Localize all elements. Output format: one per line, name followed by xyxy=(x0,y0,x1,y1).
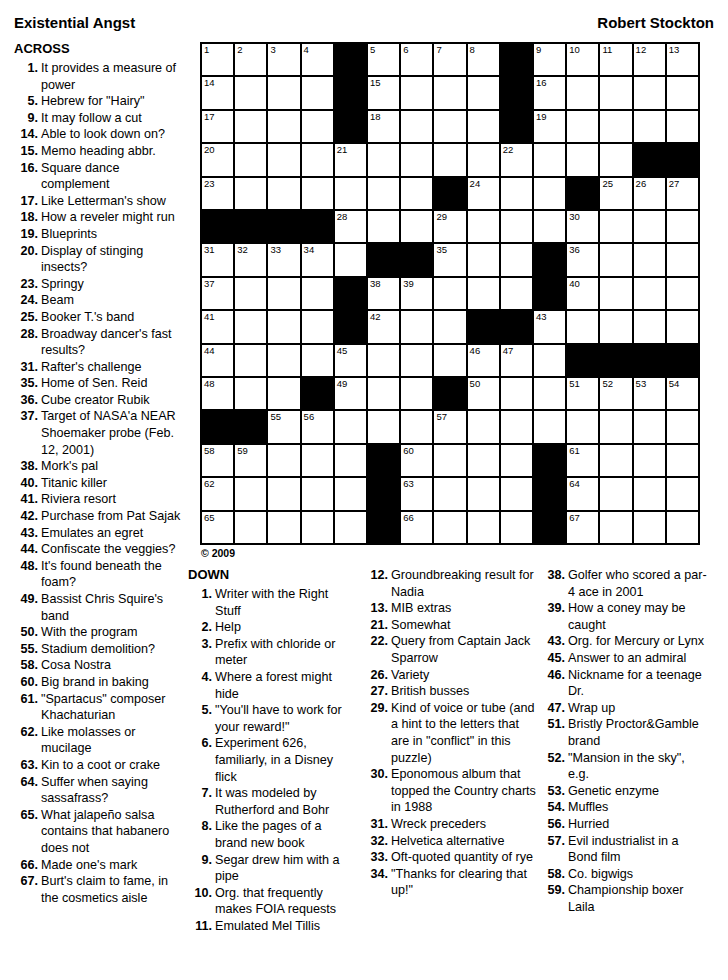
grid-cell[interactable]: 4 xyxy=(301,43,334,76)
grid-cell[interactable] xyxy=(267,477,300,510)
grid-cell[interactable] xyxy=(301,76,334,109)
across-clue-1: 1.It provides a measure of power xyxy=(14,60,187,93)
down-clue-26: 26.Variety xyxy=(364,667,539,684)
clue-number: 30. xyxy=(364,766,391,816)
copyright-notice: © 2009 xyxy=(201,547,235,559)
grid-cell[interactable] xyxy=(599,477,632,510)
grid-cell[interactable] xyxy=(467,76,500,109)
clue-text: Purchase from Pat Sajak xyxy=(41,508,187,525)
clue-number: 25. xyxy=(14,309,41,326)
clue-number: 9. xyxy=(188,852,215,885)
across-clue-43: 43.Emulates an egret xyxy=(14,525,187,542)
black-cell xyxy=(533,243,566,276)
grid-cell[interactable] xyxy=(367,410,400,443)
down-clue-8: 8.Like the pages of a brand new book xyxy=(188,818,357,851)
black-cell xyxy=(267,210,300,243)
grid-cell[interactable] xyxy=(633,243,666,276)
grid-cell[interactable] xyxy=(633,110,666,143)
grid-cell[interactable] xyxy=(301,444,334,477)
grid-cell[interactable] xyxy=(367,210,400,243)
grid-cell[interactable] xyxy=(599,444,632,477)
grid-cell[interactable]: 31 xyxy=(201,243,234,276)
grid-cell[interactable] xyxy=(334,511,367,544)
grid-cell[interactable] xyxy=(599,110,632,143)
grid-cell[interactable]: 46 xyxy=(467,344,500,377)
clue-text: Query from Captain Jack Sparrow xyxy=(391,633,539,666)
clue-text: Bassist Chris Squire's band xyxy=(41,591,187,624)
black-cell xyxy=(334,76,367,109)
grid-cell[interactable] xyxy=(234,377,267,410)
cell-number: 56 xyxy=(304,411,315,422)
cell-number: 53 xyxy=(636,378,647,389)
cell-number: 36 xyxy=(569,244,580,255)
grid-cell[interactable]: 29 xyxy=(433,210,466,243)
clue-text: Confiscate the veggies? xyxy=(41,541,187,558)
grid-cell[interactable] xyxy=(301,143,334,176)
grid-cell[interactable] xyxy=(367,143,400,176)
down-clue-51: 51.Bristly Proctor&Gamble brand xyxy=(541,716,708,749)
grid-cell[interactable] xyxy=(234,344,267,377)
grid-cell[interactable] xyxy=(433,344,466,377)
grid-cell[interactable] xyxy=(633,410,666,443)
clue-text: Hurried xyxy=(568,816,708,833)
clue-text: Square dance complement xyxy=(41,160,187,193)
grid-cell[interactable] xyxy=(566,410,599,443)
across-clue-50: 50.With the program xyxy=(14,624,187,641)
grid-cell[interactable]: 66 xyxy=(400,511,433,544)
across-clue-16: 16.Square dance complement xyxy=(14,160,187,193)
clue-number: 17. xyxy=(14,193,41,210)
clue-text: Variety xyxy=(391,667,539,684)
grid-cell[interactable]: 61 xyxy=(566,444,599,477)
clue-text: Broadway dancer's fast results? xyxy=(41,326,187,359)
clue-number: 33. xyxy=(364,849,391,866)
grid-cell[interactable] xyxy=(234,511,267,544)
grid-cell[interactable] xyxy=(666,277,699,310)
grid-cell[interactable] xyxy=(234,477,267,510)
clue-text: Helvetica alternative xyxy=(391,833,539,850)
clue-number: 28. xyxy=(14,326,41,359)
grid-cell[interactable]: 34 xyxy=(301,243,334,276)
cell-number: 39 xyxy=(403,278,414,289)
grid-cell[interactable] xyxy=(433,477,466,510)
down-clue-52: 52."Mansion in the sky", e.g. xyxy=(541,750,708,783)
clue-text: Cosa Nostra xyxy=(41,657,187,674)
down-section-col1: DOWN 1.Writer with the Right Stuff2.Help… xyxy=(188,567,357,934)
down-clue-47: 47.Wrap up xyxy=(541,700,708,717)
grid-cell[interactable] xyxy=(301,177,334,210)
grid-cell[interactable]: 7 xyxy=(433,43,466,76)
grid-cell[interactable]: 2 xyxy=(234,43,267,76)
grid-cell[interactable] xyxy=(533,410,566,443)
grid-cell[interactable] xyxy=(267,310,300,343)
grid-cell[interactable]: 6 xyxy=(400,43,433,76)
clue-text: Booker T.'s band xyxy=(41,309,187,326)
grid-cell[interactable]: 42 xyxy=(367,310,400,343)
clue-text: Suffer when saying sassafrass? xyxy=(41,774,187,807)
black-cell xyxy=(533,277,566,310)
clue-text: How a coney may be caught xyxy=(568,600,708,633)
grid-cell[interactable]: 38 xyxy=(367,277,400,310)
grid-cell[interactable] xyxy=(633,76,666,109)
down-header: DOWN xyxy=(188,567,357,582)
clue-number: 43. xyxy=(14,525,41,542)
grid-cell[interactable] xyxy=(467,143,500,176)
grid-cell[interactable]: 53 xyxy=(633,377,666,410)
clue-text: Groundbreaking result for Nadia xyxy=(391,567,539,600)
grid-cell[interactable] xyxy=(666,310,699,343)
grid-cell[interactable] xyxy=(334,444,367,477)
clue-text: Memo heading abbr. xyxy=(41,143,187,160)
grid-cell[interactable]: 57 xyxy=(433,410,466,443)
grid-cell[interactable]: 59 xyxy=(234,444,267,477)
black-cell xyxy=(367,444,400,477)
grid-cell[interactable]: 39 xyxy=(400,277,433,310)
grid-cell[interactable] xyxy=(367,344,400,377)
clue-text: Made one's mark xyxy=(41,857,187,874)
grid-cell[interactable]: 8 xyxy=(467,43,500,76)
clue-text: It was modeled by Rutherford and Bohr xyxy=(215,785,357,818)
grid-cell[interactable] xyxy=(367,377,400,410)
grid-cell[interactable] xyxy=(500,210,533,243)
grid-cell[interactable] xyxy=(666,444,699,477)
across-clue-20: 20.Display of stinging insects? xyxy=(14,243,187,276)
grid-cell[interactable] xyxy=(267,344,300,377)
clue-number: 58. xyxy=(541,866,568,883)
grid-cell[interactable] xyxy=(433,143,466,176)
down-clue-6: 6.Experiment 626, familiarly, in a Disne… xyxy=(188,735,357,785)
grid-cell[interactable] xyxy=(334,477,367,510)
grid-cell[interactable] xyxy=(500,444,533,477)
grid-cell[interactable] xyxy=(500,511,533,544)
grid-cell[interactable] xyxy=(301,477,334,510)
grid-cell[interactable]: 10 xyxy=(566,43,599,76)
grid-cell[interactable] xyxy=(433,511,466,544)
black-cell xyxy=(201,410,234,443)
cell-number: 26 xyxy=(636,178,647,189)
grid-cell[interactable]: 47 xyxy=(500,344,533,377)
black-cell xyxy=(533,444,566,477)
cell-number: 20 xyxy=(204,144,215,155)
grid-cell[interactable] xyxy=(467,477,500,510)
clue-number: 1. xyxy=(14,60,41,93)
grid-cell[interactable] xyxy=(234,76,267,109)
grid-cell[interactable] xyxy=(467,243,500,276)
clue-number: 32. xyxy=(364,833,391,850)
grid-cell[interactable]: 16 xyxy=(533,76,566,109)
grid-cell[interactable] xyxy=(599,76,632,109)
grid-cell[interactable]: 1 xyxy=(201,43,234,76)
grid-cell[interactable] xyxy=(433,76,466,109)
grid-cell[interactable] xyxy=(666,410,699,443)
grid-cell[interactable] xyxy=(267,143,300,176)
grid-cell[interactable]: 52 xyxy=(599,377,632,410)
grid-cell[interactable] xyxy=(301,277,334,310)
black-cell xyxy=(367,477,400,510)
grid-cell[interactable] xyxy=(301,110,334,143)
grid-cell[interactable] xyxy=(666,76,699,109)
across-clue-25: 25.Booker T.'s band xyxy=(14,309,187,326)
grid-cell[interactable] xyxy=(666,110,699,143)
cell-number: 42 xyxy=(370,311,381,322)
grid-cell[interactable] xyxy=(467,210,500,243)
grid-cell[interactable] xyxy=(334,243,367,276)
grid-cell[interactable] xyxy=(633,210,666,243)
clue-number: 47. xyxy=(541,700,568,717)
grid-cell[interactable] xyxy=(533,177,566,210)
grid-cell[interactable] xyxy=(467,277,500,310)
grid-cell[interactable] xyxy=(433,444,466,477)
clue-text: Emulates an egret xyxy=(41,525,187,542)
grid-cell[interactable]: 15 xyxy=(367,76,400,109)
grid-cell[interactable] xyxy=(400,177,433,210)
grid-cell[interactable]: 3 xyxy=(267,43,300,76)
grid-cell[interactable] xyxy=(599,511,632,544)
grid-cell[interactable] xyxy=(533,344,566,377)
clue-text: Burt's claim to fame, in the cosmetics a… xyxy=(41,873,187,906)
grid-cell[interactable]: 26 xyxy=(633,177,666,210)
clue-text: Emulated Mel Tillis xyxy=(215,918,357,935)
black-cell xyxy=(666,344,699,377)
clue-number: 37. xyxy=(14,408,41,458)
down-clue-38: 38.Golfer who scored a par-4 ace in 2001 xyxy=(541,567,708,600)
grid-cell[interactable] xyxy=(400,344,433,377)
grid-cell[interactable]: 22 xyxy=(500,143,533,176)
grid-cell[interactable] xyxy=(666,511,699,544)
grid-cell[interactable] xyxy=(367,177,400,210)
grid-cell[interactable]: 60 xyxy=(400,444,433,477)
grid-cell[interactable] xyxy=(267,277,300,310)
clue-number: 9. xyxy=(14,110,41,127)
grid-cell[interactable]: 11 xyxy=(599,43,632,76)
clue-number: 22. xyxy=(364,633,391,666)
grid-cell[interactable]: 14 xyxy=(201,76,234,109)
grid-cell[interactable] xyxy=(267,177,300,210)
clue-text: It provides a measure of power xyxy=(41,60,187,93)
clue-text: Kind of voice or tube (and a hint to the… xyxy=(391,700,539,766)
grid-cell[interactable]: 65 xyxy=(201,511,234,544)
grid-cell[interactable] xyxy=(334,177,367,210)
cell-number: 43 xyxy=(536,311,547,322)
grid-cell[interactable]: 44 xyxy=(201,344,234,377)
grid-cell[interactable]: 32 xyxy=(234,243,267,276)
grid-cell[interactable] xyxy=(234,277,267,310)
grid-cell[interactable] xyxy=(500,377,533,410)
grid-cell[interactable]: 55 xyxy=(267,410,300,443)
grid-cell[interactable] xyxy=(467,444,500,477)
grid-cell[interactable]: 20 xyxy=(201,143,234,176)
clue-number: 61. xyxy=(14,691,41,724)
grid-cell[interactable]: 41 xyxy=(201,310,234,343)
grid-cell[interactable] xyxy=(301,511,334,544)
grid-cell[interactable]: 35 xyxy=(433,243,466,276)
grid-cell[interactable]: 23 xyxy=(201,177,234,210)
clue-number: 41. xyxy=(14,491,41,508)
grid-cell[interactable] xyxy=(433,310,466,343)
grid-cell[interactable]: 64 xyxy=(566,477,599,510)
grid-cell[interactable] xyxy=(500,177,533,210)
black-cell xyxy=(234,410,267,443)
grid-cell[interactable] xyxy=(301,344,334,377)
grid-cell[interactable] xyxy=(467,511,500,544)
across-clue-37: 37.Target of NASA'a NEAR Shoemaker probe… xyxy=(14,408,187,458)
cell-number: 25 xyxy=(602,178,613,189)
grid-cell[interactable] xyxy=(433,110,466,143)
grid-cell[interactable]: 13 xyxy=(666,43,699,76)
grid-cell[interactable]: 28 xyxy=(334,210,367,243)
grid-cell[interactable]: 33 xyxy=(267,243,300,276)
grid-cell[interactable] xyxy=(666,477,699,510)
grid-cell[interactable]: 48 xyxy=(201,377,234,410)
grid-cell[interactable]: 50 xyxy=(467,377,500,410)
grid-cell[interactable] xyxy=(633,477,666,510)
cell-number: 61 xyxy=(569,445,580,456)
grid-cell[interactable] xyxy=(633,277,666,310)
grid-cell[interactable]: 17 xyxy=(201,110,234,143)
grid-cell[interactable]: 54 xyxy=(666,377,699,410)
clue-number: 26. xyxy=(364,667,391,684)
grid-cell[interactable] xyxy=(433,277,466,310)
grid-cell[interactable]: 43 xyxy=(533,310,566,343)
grid-cell[interactable] xyxy=(234,177,267,210)
grid-cell[interactable] xyxy=(301,310,334,343)
grid-cell[interactable] xyxy=(400,377,433,410)
grid-cell[interactable]: 21 xyxy=(334,143,367,176)
grid-cell[interactable] xyxy=(234,110,267,143)
grid-cell[interactable] xyxy=(400,210,433,243)
grid-cell[interactable] xyxy=(400,310,433,343)
grid-cell[interactable]: 25 xyxy=(599,177,632,210)
grid-cell[interactable]: 58 xyxy=(201,444,234,477)
black-cell xyxy=(367,511,400,544)
grid-cell[interactable] xyxy=(566,76,599,109)
across-clue-40: 40.Titanic killer xyxy=(14,475,187,492)
grid-cell[interactable] xyxy=(500,410,533,443)
grid-cell[interactable]: 27 xyxy=(666,177,699,210)
grid-cell[interactable] xyxy=(533,143,566,176)
cell-number: 18 xyxy=(370,111,381,122)
grid-cell[interactable] xyxy=(566,110,599,143)
grid-cell[interactable]: 30 xyxy=(566,210,599,243)
grid-cell[interactable] xyxy=(633,444,666,477)
black-cell xyxy=(633,344,666,377)
clue-text: Prefix with chloride or meter xyxy=(215,636,357,669)
grid-cell[interactable] xyxy=(633,310,666,343)
clue-number: 60. xyxy=(14,674,41,691)
grid-cell[interactable] xyxy=(599,277,632,310)
grid-cell[interactable] xyxy=(400,410,433,443)
clue-text: Somewhat xyxy=(391,617,539,634)
grid-cell[interactable] xyxy=(267,377,300,410)
grid-cell[interactable]: 56 xyxy=(301,410,334,443)
grid-cell[interactable] xyxy=(234,143,267,176)
clue-text: Mork's pal xyxy=(41,458,187,475)
grid-cell[interactable]: 45 xyxy=(334,344,367,377)
cell-number: 65 xyxy=(204,512,215,523)
down-clue-list-2: 12.Groundbreaking result for Nadia13.MIB… xyxy=(364,567,539,899)
grid-cell[interactable] xyxy=(633,511,666,544)
grid-cell[interactable] xyxy=(267,110,300,143)
across-clue-36: 36.Cube creator Rubik xyxy=(14,392,187,409)
grid-cell[interactable] xyxy=(500,243,533,276)
grid-cell[interactable]: 63 xyxy=(400,477,433,510)
grid-cell[interactable] xyxy=(599,243,632,276)
grid-cell[interactable] xyxy=(566,310,599,343)
grid-cell[interactable] xyxy=(267,444,300,477)
grid-cell[interactable]: 40 xyxy=(566,277,599,310)
cell-number: 52 xyxy=(602,378,613,389)
grid-cell[interactable]: 62 xyxy=(201,477,234,510)
clue-number: 64. xyxy=(14,774,41,807)
black-cell xyxy=(666,143,699,176)
clue-number: 56. xyxy=(541,816,568,833)
down-clue-39: 39.How a coney may be caught xyxy=(541,600,708,633)
grid-cell[interactable]: 37 xyxy=(201,277,234,310)
cell-number: 9 xyxy=(536,44,541,55)
cell-number: 35 xyxy=(436,244,447,255)
grid-cell[interactable] xyxy=(234,310,267,343)
grid-cell[interactable]: 49 xyxy=(334,377,367,410)
clue-number: 67. xyxy=(14,873,41,906)
grid-cell[interactable] xyxy=(599,410,632,443)
grid-cell[interactable] xyxy=(533,377,566,410)
crossword-grid: 1234567891011121314151617181920212223242… xyxy=(200,42,700,545)
grid-cell[interactable] xyxy=(599,310,632,343)
grid-cell[interactable] xyxy=(467,110,500,143)
grid-cell[interactable] xyxy=(500,477,533,510)
grid-cell[interactable] xyxy=(334,410,367,443)
grid-cell[interactable] xyxy=(400,110,433,143)
grid-cell[interactable] xyxy=(666,210,699,243)
grid-cell[interactable] xyxy=(599,210,632,243)
cell-number: 38 xyxy=(370,278,381,289)
grid-cell[interactable] xyxy=(666,243,699,276)
down-clue-30: 30.Eponomous album that topped the Count… xyxy=(364,766,539,816)
grid-cell[interactable] xyxy=(500,277,533,310)
grid-cell[interactable]: 51 xyxy=(566,377,599,410)
grid-cell[interactable]: 19 xyxy=(533,110,566,143)
cell-number: 30 xyxy=(569,211,580,222)
grid-cell[interactable]: 9 xyxy=(533,43,566,76)
cell-number: 29 xyxy=(436,211,447,222)
clue-number: 50. xyxy=(14,624,41,641)
grid-cell[interactable]: 18 xyxy=(367,110,400,143)
grid-cell[interactable] xyxy=(566,143,599,176)
grid-cell[interactable]: 12 xyxy=(633,43,666,76)
across-clue-41: 41.Riviera resort xyxy=(14,491,187,508)
down-clue-2: 2.Help xyxy=(188,619,357,636)
cell-number: 10 xyxy=(569,44,580,55)
grid-cell[interactable] xyxy=(467,410,500,443)
cell-number: 24 xyxy=(470,178,481,189)
grid-cell[interactable] xyxy=(400,143,433,176)
grid-cell[interactable]: 24 xyxy=(467,177,500,210)
grid-cell[interactable] xyxy=(267,511,300,544)
grid-cell[interactable] xyxy=(267,76,300,109)
clue-number: 63. xyxy=(14,757,41,774)
clue-number: 58. xyxy=(14,657,41,674)
grid-cell[interactable] xyxy=(400,76,433,109)
cell-number: 60 xyxy=(403,445,414,456)
grid-cell[interactable] xyxy=(533,210,566,243)
grid-cell[interactable] xyxy=(599,143,632,176)
grid-cell[interactable]: 5 xyxy=(367,43,400,76)
grid-cell[interactable]: 36 xyxy=(566,243,599,276)
across-clue-61: 61."Spartacus" composer Khachaturian xyxy=(14,691,187,724)
clue-number: 5. xyxy=(188,702,215,735)
grid-cell[interactable]: 67 xyxy=(566,511,599,544)
cell-number: 59 xyxy=(237,445,248,456)
